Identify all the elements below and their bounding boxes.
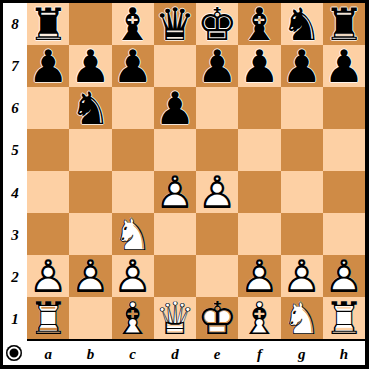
file-label-e: e [196, 341, 238, 365]
square-b7[interactable]: ♟ [69, 45, 111, 87]
black-bishop-f8[interactable]: ♝ [238, 3, 280, 45]
square-g7[interactable]: ♟ [281, 45, 323, 87]
square-a6[interactable] [27, 87, 69, 129]
square-c3[interactable]: ♞♘ [112, 213, 154, 255]
white-piece-outline-glyph: ♖ [323, 297, 365, 339]
square-e5[interactable] [196, 129, 238, 171]
black-piece-glyph: ♟ [112, 45, 154, 87]
square-e2[interactable] [196, 255, 238, 297]
black-rook-a8[interactable]: ♜ [27, 3, 69, 45]
file-labels: abcdefgh [27, 341, 365, 365]
rank-label-6: 6 [3, 88, 27, 130]
white-piece-outline-glyph: ♙ [154, 171, 196, 213]
square-a8[interactable]: ♜ [27, 3, 69, 45]
square-e4[interactable]: ♟♙ [196, 171, 238, 213]
white-piece-outline-glyph: ♙ [323, 255, 365, 297]
black-to-move-indicator [6, 345, 22, 361]
black-piece-glyph: ♟ [323, 45, 365, 87]
rank-label-4: 4 [3, 172, 27, 214]
rank-label-1: 1 [3, 299, 27, 341]
square-e6[interactable] [196, 87, 238, 129]
black-piece-glyph: ♟ [154, 87, 196, 129]
square-h4[interactable] [323, 171, 365, 213]
black-queen-d8[interactable]: ♛ [154, 3, 196, 45]
white-knight-g1[interactable]: ♞♘ [281, 297, 323, 339]
square-f8[interactable]: ♝ [238, 3, 280, 45]
square-c1[interactable]: ♝♗ [112, 297, 154, 339]
black-pawn-c7[interactable]: ♟ [112, 45, 154, 87]
square-a4[interactable] [27, 171, 69, 213]
white-pawn-a2[interactable]: ♟♙ [27, 255, 69, 297]
white-pawn-g2[interactable]: ♟♙ [281, 255, 323, 297]
black-piece-glyph: ♛ [154, 3, 196, 45]
square-d7[interactable] [154, 45, 196, 87]
square-e1[interactable]: ♚♔ [196, 297, 238, 339]
black-piece-glyph: ♚ [196, 3, 238, 45]
square-h1[interactable]: ♜♖ [323, 297, 365, 339]
square-h5[interactable] [323, 129, 365, 171]
square-f2[interactable]: ♟♙ [238, 255, 280, 297]
square-e3[interactable] [196, 213, 238, 255]
rank-label-2: 2 [3, 257, 27, 299]
square-b6[interactable]: ♞ [69, 87, 111, 129]
square-d4[interactable]: ♟♙ [154, 171, 196, 213]
diagram-inner: 87654321 ♜♝♛♚♝♞♜♟♟♟♟♟♟♟♞♟♟♙♟♙♞♘♟♙♟♙♟♙♟♙♟… [3, 3, 365, 365]
square-a1[interactable]: ♜♖ [27, 297, 69, 339]
black-piece-glyph: ♜ [27, 3, 69, 45]
rank-labels: 87654321 [3, 3, 27, 341]
black-piece-glyph: ♟ [196, 45, 238, 87]
file-label-f: f [238, 341, 280, 365]
black-pawn-h7[interactable]: ♟ [323, 45, 365, 87]
square-d3[interactable] [154, 213, 196, 255]
black-piece-glyph: ♝ [112, 3, 154, 45]
square-h2[interactable]: ♟♙ [323, 255, 365, 297]
black-pawn-g7[interactable]: ♟ [281, 45, 323, 87]
white-piece-outline-glyph: ♗ [238, 297, 280, 339]
white-pawn-h2[interactable]: ♟♙ [323, 255, 365, 297]
square-d8[interactable]: ♛ [154, 3, 196, 45]
square-g4[interactable] [281, 171, 323, 213]
white-piece-outline-glyph: ♗ [112, 297, 154, 339]
square-c6[interactable] [112, 87, 154, 129]
black-king-e8[interactable]: ♚ [196, 3, 238, 45]
file-label-d: d [154, 341, 196, 365]
white-rook-a1[interactable]: ♜♖ [27, 297, 69, 339]
white-piece-outline-glyph: ♘ [112, 213, 154, 255]
square-f5[interactable] [238, 129, 280, 171]
black-piece-glyph: ♜ [323, 3, 365, 45]
square-b4[interactable] [69, 171, 111, 213]
square-f6[interactable] [238, 87, 280, 129]
square-f7[interactable]: ♟ [238, 45, 280, 87]
white-pawn-d4[interactable]: ♟♙ [154, 171, 196, 213]
corner-cell [3, 341, 27, 365]
rank-label-3: 3 [3, 214, 27, 256]
black-piece-glyph: ♝ [238, 3, 280, 45]
square-a5[interactable] [27, 129, 69, 171]
rank-label-8: 8 [3, 3, 27, 45]
white-piece-outline-glyph: ♙ [238, 255, 280, 297]
white-bishop-f1[interactable]: ♝♗ [238, 297, 280, 339]
square-b5[interactable] [69, 129, 111, 171]
white-bishop-c1[interactable]: ♝♗ [112, 297, 154, 339]
black-piece-glyph: ♟ [238, 45, 280, 87]
square-g3[interactable] [281, 213, 323, 255]
black-piece-glyph: ♟ [27, 45, 69, 87]
square-f1[interactable]: ♝♗ [238, 297, 280, 339]
square-d6[interactable]: ♟ [154, 87, 196, 129]
file-label-g: g [281, 341, 323, 365]
square-b1[interactable] [69, 297, 111, 339]
square-d2[interactable] [154, 255, 196, 297]
square-b3[interactable] [69, 213, 111, 255]
square-h8[interactable]: ♜ [323, 3, 365, 45]
black-pawn-a7[interactable]: ♟ [27, 45, 69, 87]
white-king-e1[interactable]: ♚♔ [196, 297, 238, 339]
black-knight-g8[interactable]: ♞ [281, 3, 323, 45]
board: ♜♝♛♚♝♞♜♟♟♟♟♟♟♟♞♟♟♙♟♙♞♘♟♙♟♙♟♙♟♙♟♙♟♙♜♖♝♗♛♕… [27, 3, 365, 341]
square-a7[interactable]: ♟ [27, 45, 69, 87]
black-pawn-d6[interactable]: ♟ [154, 87, 196, 129]
white-knight-c3[interactable]: ♞♘ [112, 213, 154, 255]
square-c2[interactable]: ♟♙ [112, 255, 154, 297]
white-rook-h1[interactable]: ♜♖ [323, 297, 365, 339]
white-piece-outline-glyph: ♙ [196, 171, 238, 213]
square-b2[interactable]: ♟♙ [69, 255, 111, 297]
black-pawn-b7[interactable]: ♟ [69, 45, 111, 87]
square-h3[interactable] [323, 213, 365, 255]
white-piece-outline-glyph: ♔ [196, 297, 238, 339]
white-piece-outline-glyph: ♙ [69, 255, 111, 297]
white-piece-outline-glyph: ♕ [154, 297, 196, 339]
white-piece-outline-glyph: ♙ [281, 255, 323, 297]
square-f4[interactable] [238, 171, 280, 213]
file-label-b: b [69, 341, 111, 365]
white-pawn-b2[interactable]: ♟♙ [69, 255, 111, 297]
file-label-h: h [323, 341, 365, 365]
black-knight-b6[interactable]: ♞ [69, 87, 111, 129]
black-pawn-e7[interactable]: ♟ [196, 45, 238, 87]
square-g1[interactable]: ♞♘ [281, 297, 323, 339]
square-e8[interactable]: ♚ [196, 3, 238, 45]
black-bishop-c8[interactable]: ♝ [112, 3, 154, 45]
white-piece-outline-glyph: ♘ [281, 297, 323, 339]
black-rook-h8[interactable]: ♜ [323, 3, 365, 45]
white-pawn-f2[interactable]: ♟♙ [238, 255, 280, 297]
white-queen-d1[interactable]: ♛♕ [154, 297, 196, 339]
square-c5[interactable] [112, 129, 154, 171]
black-piece-glyph: ♞ [281, 3, 323, 45]
square-g5[interactable] [281, 129, 323, 171]
square-g6[interactable] [281, 87, 323, 129]
square-h6[interactable] [323, 87, 365, 129]
square-d5[interactable] [154, 129, 196, 171]
file-label-c: c [112, 341, 154, 365]
square-c8[interactable]: ♝ [112, 3, 154, 45]
square-a3[interactable] [27, 213, 69, 255]
black-piece-glyph: ♟ [69, 45, 111, 87]
square-c7[interactable]: ♟ [112, 45, 154, 87]
white-piece-outline-glyph: ♙ [27, 255, 69, 297]
black-piece-glyph: ♟ [281, 45, 323, 87]
black-pawn-f7[interactable]: ♟ [238, 45, 280, 87]
square-h7[interactable]: ♟ [323, 45, 365, 87]
square-d1[interactable]: ♛♕ [154, 297, 196, 339]
rank-label-5: 5 [3, 130, 27, 172]
square-g2[interactable]: ♟♙ [281, 255, 323, 297]
square-c4[interactable] [112, 171, 154, 213]
square-a2[interactable]: ♟♙ [27, 255, 69, 297]
white-piece-outline-glyph: ♖ [27, 297, 69, 339]
rank-label-7: 7 [3, 45, 27, 87]
square-f3[interactable] [238, 213, 280, 255]
square-e7[interactable]: ♟ [196, 45, 238, 87]
square-b8[interactable] [69, 3, 111, 45]
white-piece-outline-glyph: ♙ [112, 255, 154, 297]
file-label-a: a [27, 341, 69, 365]
white-pawn-e4[interactable]: ♟♙ [196, 171, 238, 213]
diagram-frame: 87654321 ♜♝♛♚♝♞♜♟♟♟♟♟♟♟♞♟♟♙♟♙♞♘♟♙♟♙♟♙♟♙♟… [0, 0, 369, 369]
square-g8[interactable]: ♞ [281, 3, 323, 45]
black-piece-glyph: ♞ [69, 87, 111, 129]
white-pawn-c2[interactable]: ♟♙ [112, 255, 154, 297]
